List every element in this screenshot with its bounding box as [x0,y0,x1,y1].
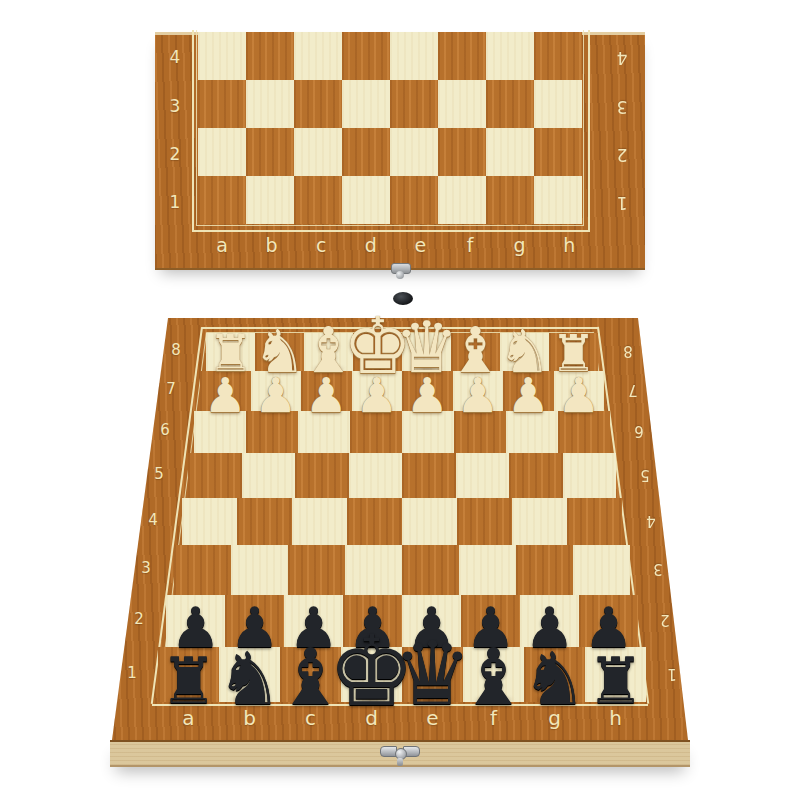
lid-file-label-a: a [215,236,229,255]
lid-rank-label-right-3: 3 [615,98,629,115]
chess-set-photo: { "game": "chess", "scene": "folding woo… [0,0,800,800]
square-e3[interactable] [402,545,459,595]
board-rank-label-right-1: 1 [666,666,678,681]
piece-white-pawn-c7[interactable]: ♟ [302,371,350,419]
piece-white-pawn-d7[interactable]: ♟ [353,371,401,419]
lid-rank-label-left-2: 2 [168,146,182,163]
board-rank-label-right-7: 7 [627,382,639,397]
piece-white-pawn-a7[interactable]: ♟ [201,371,249,419]
square-a5[interactable] [188,453,242,498]
square-e5[interactable] [402,453,456,498]
piece-black-rook-h1[interactable]: ♜ [584,649,648,713]
lid-file-label-f: f [463,236,477,255]
piece-white-pawn-e7[interactable]: ♟ [403,371,451,419]
lid-rank-label-left-3: 3 [168,98,182,115]
board-rank-label-left-2: 2 [133,612,145,627]
piece-white-pawn-b7[interactable]: ♟ [252,371,300,419]
board-rank-label-left-4: 4 [147,513,159,528]
board-rank-label-left-5: 5 [153,467,165,482]
lid-file-label-g: g [513,236,527,255]
square-b4[interactable] [237,498,292,545]
board-rank-label-left-8: 8 [170,343,182,358]
lid-rank-label-left-4: 4 [168,49,182,66]
board-rank-row-5 [188,453,616,498]
board-rank-label-right-2: 2 [659,612,671,627]
square-d5[interactable] [349,453,403,498]
square-c3[interactable] [288,545,345,595]
lid-file-label-e: e [413,236,427,255]
board-rank-label-right-8: 8 [622,343,634,358]
square-b5[interactable] [242,453,296,498]
lid-rank-label-right-1: 1 [615,194,629,211]
square-g3[interactable] [516,545,573,595]
lid-file-label-b: b [265,236,279,255]
piece-white-pawn-f7[interactable]: ♟ [454,371,502,419]
board-rank-label-left-3: 3 [140,561,152,576]
square-f4[interactable] [457,498,512,545]
square-f3[interactable] [459,545,516,595]
lid-file-label-c: c [314,236,328,255]
square-a4[interactable] [182,498,237,545]
square-c4[interactable] [292,498,347,545]
board-rank-label-left-7: 7 [165,382,177,397]
lid-rank-label-right-4: 4 [615,49,629,66]
square-f5[interactable] [456,453,510,498]
square-h4[interactable] [567,498,622,545]
square-a3[interactable] [174,545,231,595]
square-e4[interactable] [402,498,457,545]
board-rank-label-left-6: 6 [159,423,171,438]
lid-file-label-d: d [364,236,378,255]
board-rank-label-left-1: 1 [126,666,138,681]
board-rank-row-3 [174,545,630,595]
square-g5[interactable] [509,453,563,498]
chess-board: abcdefgh8877665544332211 ♜♞♝♚♛♝♞♜♟♟♟♟♟♟♟… [100,280,700,790]
lid-file-label-h: h [562,236,576,255]
board-clasp [380,744,420,770]
lid-border-line-inner [196,30,584,226]
board-rank-label-right-4: 4 [645,513,657,528]
square-d4[interactable] [347,498,402,545]
square-g4[interactable] [512,498,567,545]
lid-rank-label-right-2: 2 [615,146,629,163]
square-h5[interactable] [563,453,617,498]
square-d3[interactable] [345,545,402,595]
piece-black-knight-g1[interactable]: ♞ [518,642,591,715]
board-rank-label-right-3: 3 [652,561,664,576]
piece-white-pawn-h7[interactable]: ♟ [555,371,603,419]
chess-box-lid: abcdefgh44332211 [155,32,645,270]
square-c5[interactable] [295,453,349,498]
board-clasp-pin [397,758,403,766]
piece-white-pawn-g7[interactable]: ♟ [504,371,552,419]
square-b3[interactable] [231,545,288,595]
board-rank-row-4 [182,498,622,545]
piece-black-rook-a1[interactable]: ♜ [157,649,221,713]
lid-clasp-knob [396,271,404,279]
board-rank-label-right-6: 6 [633,423,645,438]
lid-rank-label-left-1: 1 [168,194,182,211]
lid-clasp [387,263,413,281]
board-rank-label-right-5: 5 [639,467,651,482]
square-h3[interactable] [573,545,630,595]
